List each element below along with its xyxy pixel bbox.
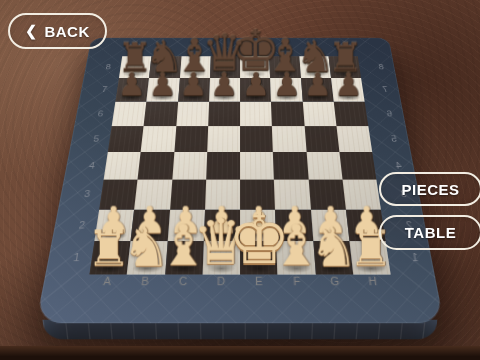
pieces-button-label: PIECES [401, 181, 459, 198]
square-e6[interactable] [240, 101, 272, 126]
board-front-edge [42, 320, 437, 340]
square-c5[interactable] [174, 126, 208, 152]
back-button[interactable]: ❮ BACK [8, 13, 107, 49]
table-front-edge [0, 346, 480, 360]
piece-white-king[interactable]: ♚ [223, 207, 295, 271]
board-squares: ♜♞♝♛♚♝♞♜♟♟♟♟♟♟♟♟♟♟♟♟♟♟♟♟♜♞♝♛♚♝♞♜ [89, 56, 390, 274]
rank-label-left-4: 4 [68, 152, 105, 180]
back-button-label: BACK [44, 23, 89, 40]
square-h4[interactable] [339, 152, 376, 180]
square-a4[interactable] [104, 152, 141, 180]
file-label-c: C [163, 276, 202, 295]
piece-black-pawn[interactable]: ♟ [319, 70, 379, 99]
file-label-h: H [353, 276, 394, 295]
square-d6[interactable] [208, 101, 240, 126]
square-g6[interactable] [302, 101, 336, 126]
rank-label-right-6: 6 [367, 101, 402, 126]
square-d4[interactable] [206, 152, 240, 180]
square-b4[interactable] [138, 152, 174, 180]
square-h7[interactable]: ♟ [331, 78, 365, 101]
square-c4[interactable] [172, 152, 207, 180]
file-label-g: G [315, 276, 355, 295]
rank-label-left-6: 6 [78, 101, 113, 126]
square-e4[interactable] [240, 152, 274, 180]
square-a5[interactable] [108, 126, 144, 152]
file-label-d: D [202, 276, 240, 295]
rank-label-right-5: 5 [371, 126, 407, 152]
file-label-f: F [278, 276, 317, 295]
square-a1[interactable]: ♜ [89, 241, 130, 275]
square-a6[interactable] [112, 101, 147, 126]
square-e5[interactable] [240, 126, 273, 152]
table-button[interactable]: TABLE [379, 215, 480, 250]
square-f5[interactable] [272, 126, 306, 152]
file-labels: ABCDEFGH [86, 276, 393, 295]
rank-label-left-5: 5 [73, 126, 109, 152]
file-label-e: E [240, 276, 278, 295]
chevron-left-icon: ❮ [25, 23, 37, 39]
square-h6[interactable] [333, 101, 368, 126]
square-b6[interactable] [144, 101, 178, 126]
square-b5[interactable] [141, 126, 176, 152]
file-label-a: A [86, 276, 127, 295]
app-screen: { "game": "chess", "position": "rnbqkbnr… [0, 0, 480, 360]
piece-white-rook[interactable]: ♜ [72, 226, 144, 272]
square-g5[interactable] [304, 126, 339, 152]
square-d5[interactable] [207, 126, 240, 152]
pieces-button[interactable]: PIECES [379, 172, 480, 206]
square-h5[interactable] [336, 126, 372, 152]
square-f6[interactable] [271, 101, 304, 126]
table-button-label: TABLE [405, 224, 456, 241]
square-f4[interactable] [273, 152, 308, 180]
square-c6[interactable] [176, 101, 209, 126]
square-g4[interactable] [306, 152, 342, 180]
file-label-b: B [125, 276, 165, 295]
square-e1[interactable]: ♚ [240, 241, 278, 275]
